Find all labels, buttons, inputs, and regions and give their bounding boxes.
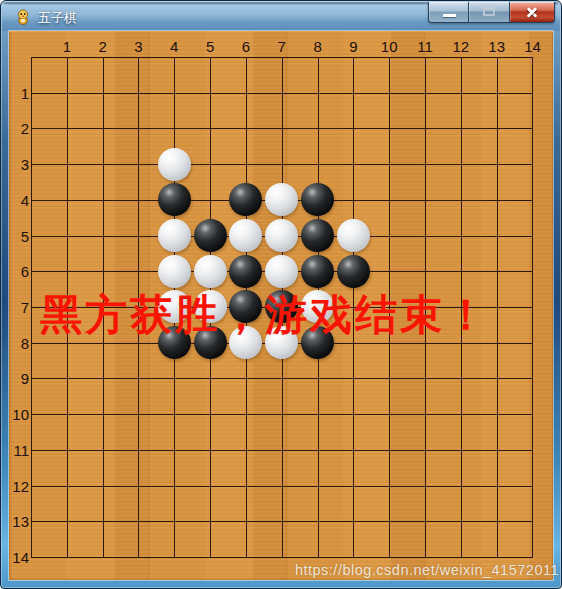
- column-label: 9: [339, 38, 367, 55]
- grid-line-horizontal: [31, 521, 533, 522]
- column-label: 13: [483, 38, 511, 55]
- white-stone: [158, 255, 191, 288]
- row-label: 4: [9, 192, 29, 209]
- white-stone: [265, 183, 298, 216]
- close-button[interactable]: [510, 2, 555, 23]
- black-stone: [229, 255, 262, 288]
- column-label: 6: [232, 38, 260, 55]
- win-message: 黑方获胜，游戏结束！: [9, 287, 553, 343]
- row-label: 12: [9, 478, 29, 495]
- black-stone: [194, 219, 227, 252]
- column-label: 4: [160, 38, 188, 55]
- row-label: 10: [9, 406, 29, 423]
- board-grid[interactable]: 黑方获胜，游戏结束！ 12345678910111213141234567891…: [9, 31, 553, 580]
- grid-line-horizontal: [31, 557, 533, 558]
- black-stone: [301, 183, 334, 216]
- white-stone: [229, 219, 262, 252]
- row-label: 5: [9, 228, 29, 245]
- app-icon: [15, 9, 31, 25]
- row-label: 6: [9, 263, 29, 280]
- grid-line-horizontal: [31, 450, 533, 451]
- row-label: 11: [9, 442, 29, 459]
- row-label: 2: [9, 120, 29, 137]
- row-label: 3: [9, 156, 29, 173]
- column-label: 10: [375, 38, 403, 55]
- window-title: 五子棋: [38, 9, 77, 27]
- grid-line-horizontal: [31, 414, 533, 415]
- column-label: 1: [53, 38, 81, 55]
- maximize-button[interactable]: [469, 2, 510, 23]
- black-stone: [337, 255, 370, 288]
- column-label: 2: [89, 38, 117, 55]
- black-stone: [301, 219, 334, 252]
- white-stone: [265, 255, 298, 288]
- black-stone: [158, 183, 191, 216]
- watermark-url: https://blog.csdn.net/weixin_41572011: [295, 562, 559, 578]
- minimize-button[interactable]: [428, 2, 469, 23]
- minimize-icon: [443, 14, 456, 17]
- row-label: 1: [9, 85, 29, 102]
- column-label: 7: [268, 38, 296, 55]
- title-bar[interactable]: 五子棋: [2, 2, 560, 31]
- black-stone: [229, 183, 262, 216]
- white-stone: [337, 219, 370, 252]
- window-controls: [428, 2, 555, 23]
- row-label: 14: [9, 549, 29, 566]
- client-area: 黑方获胜，游戏结束！ 12345678910111213141234567891…: [9, 31, 553, 580]
- column-label: 5: [196, 38, 224, 55]
- white-stone: [265, 219, 298, 252]
- app-window: 五子棋 黑方获胜，游戏结束！ 1234567891011121314123456…: [0, 0, 562, 589]
- white-stone: [158, 219, 191, 252]
- row-label: 13: [9, 513, 29, 530]
- column-label: 3: [124, 38, 152, 55]
- column-label: 11: [411, 38, 439, 55]
- black-stone: [301, 255, 334, 288]
- grid-line-horizontal: [31, 378, 533, 379]
- column-label: 12: [447, 38, 475, 55]
- white-stone: [158, 148, 191, 181]
- maximize-icon: [483, 7, 495, 16]
- close-icon: [525, 5, 539, 19]
- column-label: 14: [518, 38, 546, 55]
- white-stone: [194, 255, 227, 288]
- grid-line-horizontal: [31, 486, 533, 487]
- row-label: 9: [9, 370, 29, 387]
- column-label: 8: [304, 38, 332, 55]
